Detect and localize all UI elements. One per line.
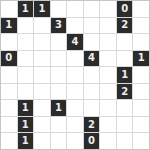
cell-r7c7[interactable]	[100, 100, 116, 116]
cell-r3c3[interactable]	[34, 34, 50, 50]
cell-r9c4[interactable]	[51, 133, 67, 149]
cell-r4c8[interactable]	[117, 51, 133, 67]
clue-cell-r5c8: 1	[117, 67, 133, 83]
cell-r6c5[interactable]	[67, 84, 83, 100]
cell-r8c8[interactable]	[117, 117, 133, 133]
cell-r6c7[interactable]	[100, 84, 116, 100]
cell-r5c4[interactable]	[51, 67, 67, 83]
cell-r2c5[interactable]	[67, 18, 83, 34]
cell-r3c4[interactable]	[51, 34, 67, 50]
cell-r7c9[interactable]	[133, 100, 149, 116]
cell-r3c9[interactable]	[133, 34, 149, 50]
cell-r2c7[interactable]	[100, 18, 116, 34]
cell-r6c3[interactable]	[34, 84, 50, 100]
cell-r3c1[interactable]	[1, 34, 17, 50]
cell-r1c9[interactable]	[133, 1, 149, 17]
clue-cell-r8c2: 1	[18, 117, 34, 133]
cell-r3c6[interactable]	[84, 34, 100, 50]
cell-r8c7[interactable]	[100, 117, 116, 133]
cell-r6c9[interactable]	[133, 84, 149, 100]
cell-r4c2[interactable]	[18, 51, 34, 67]
cell-r5c5[interactable]	[67, 67, 83, 83]
cell-r8c1[interactable]	[1, 117, 17, 133]
cell-r4c7[interactable]	[100, 51, 116, 67]
cell-r6c2[interactable]	[18, 84, 34, 100]
cell-r5c1[interactable]	[1, 67, 17, 83]
clue-cell-r4c6: 4	[84, 51, 100, 67]
cell-r6c4[interactable]	[51, 84, 67, 100]
cell-r8c4[interactable]	[51, 117, 67, 133]
cell-r5c7[interactable]	[100, 67, 116, 83]
clue-cell-r4c1: 0	[1, 51, 17, 67]
cell-r7c8[interactable]	[117, 100, 133, 116]
cell-r3c7[interactable]	[100, 34, 116, 50]
cell-r9c5[interactable]	[67, 133, 83, 149]
cell-r7c5[interactable]	[67, 100, 83, 116]
clue-cell-r7c4: 1	[51, 100, 67, 116]
clue-cell-r6c8: 2	[117, 84, 133, 100]
cell-r8c9[interactable]	[133, 117, 149, 133]
cell-r1c5[interactable]	[67, 1, 83, 17]
cell-r9c7[interactable]	[100, 133, 116, 149]
cell-r7c6[interactable]	[84, 100, 100, 116]
clue-cell-r1c3: 1	[34, 1, 50, 17]
clue-cell-r8c6: 2	[84, 117, 100, 133]
cell-r9c1[interactable]	[1, 133, 17, 149]
clue-cell-r9c6: 0	[84, 133, 100, 149]
cell-r5c9[interactable]	[133, 67, 149, 83]
clue-cell-r3c5: 4	[67, 34, 83, 50]
clue-cell-r7c2: 1	[18, 100, 34, 116]
cell-r7c3[interactable]	[34, 100, 50, 116]
cell-r5c3[interactable]	[34, 67, 50, 83]
cell-r4c5[interactable]	[67, 51, 83, 67]
cell-r9c8[interactable]	[117, 133, 133, 149]
cell-r7c1[interactable]	[1, 100, 17, 116]
cell-r2c2[interactable]	[18, 18, 34, 34]
clue-cell-r9c2: 1	[18, 133, 34, 149]
cell-r2c3[interactable]	[34, 18, 50, 34]
cell-r6c6[interactable]	[84, 84, 100, 100]
cell-r9c3[interactable]	[34, 133, 50, 149]
cell-r8c3[interactable]	[34, 117, 50, 133]
clue-cell-r1c2: 1	[18, 1, 34, 17]
cell-r9c9[interactable]	[133, 133, 149, 149]
cell-r3c2[interactable]	[18, 34, 34, 50]
cell-r2c9[interactable]	[133, 18, 149, 34]
cell-r5c6[interactable]	[84, 67, 100, 83]
cell-r2c6[interactable]	[84, 18, 100, 34]
cell-r4c3[interactable]	[34, 51, 50, 67]
clue-cell-r2c4: 3	[51, 18, 67, 34]
clue-cell-r4c9: 1	[133, 51, 149, 67]
clue-cell-r2c8: 2	[117, 18, 133, 34]
cell-r6c1[interactable]	[1, 84, 17, 100]
cell-r1c4[interactable]	[51, 1, 67, 17]
cell-r3c8[interactable]	[117, 34, 133, 50]
cell-r1c6[interactable]	[84, 1, 100, 17]
cell-r1c1[interactable]	[1, 1, 17, 17]
cell-r1c7[interactable]	[100, 1, 116, 17]
cell-r8c5[interactable]	[67, 117, 83, 133]
clue-cell-r2c1: 1	[1, 18, 17, 34]
clue-cell-r1c8: 0	[117, 1, 133, 17]
akari-board: 110132404112111210	[0, 0, 150, 150]
cell-r5c2[interactable]	[18, 67, 34, 83]
cell-r4c4[interactable]	[51, 51, 67, 67]
